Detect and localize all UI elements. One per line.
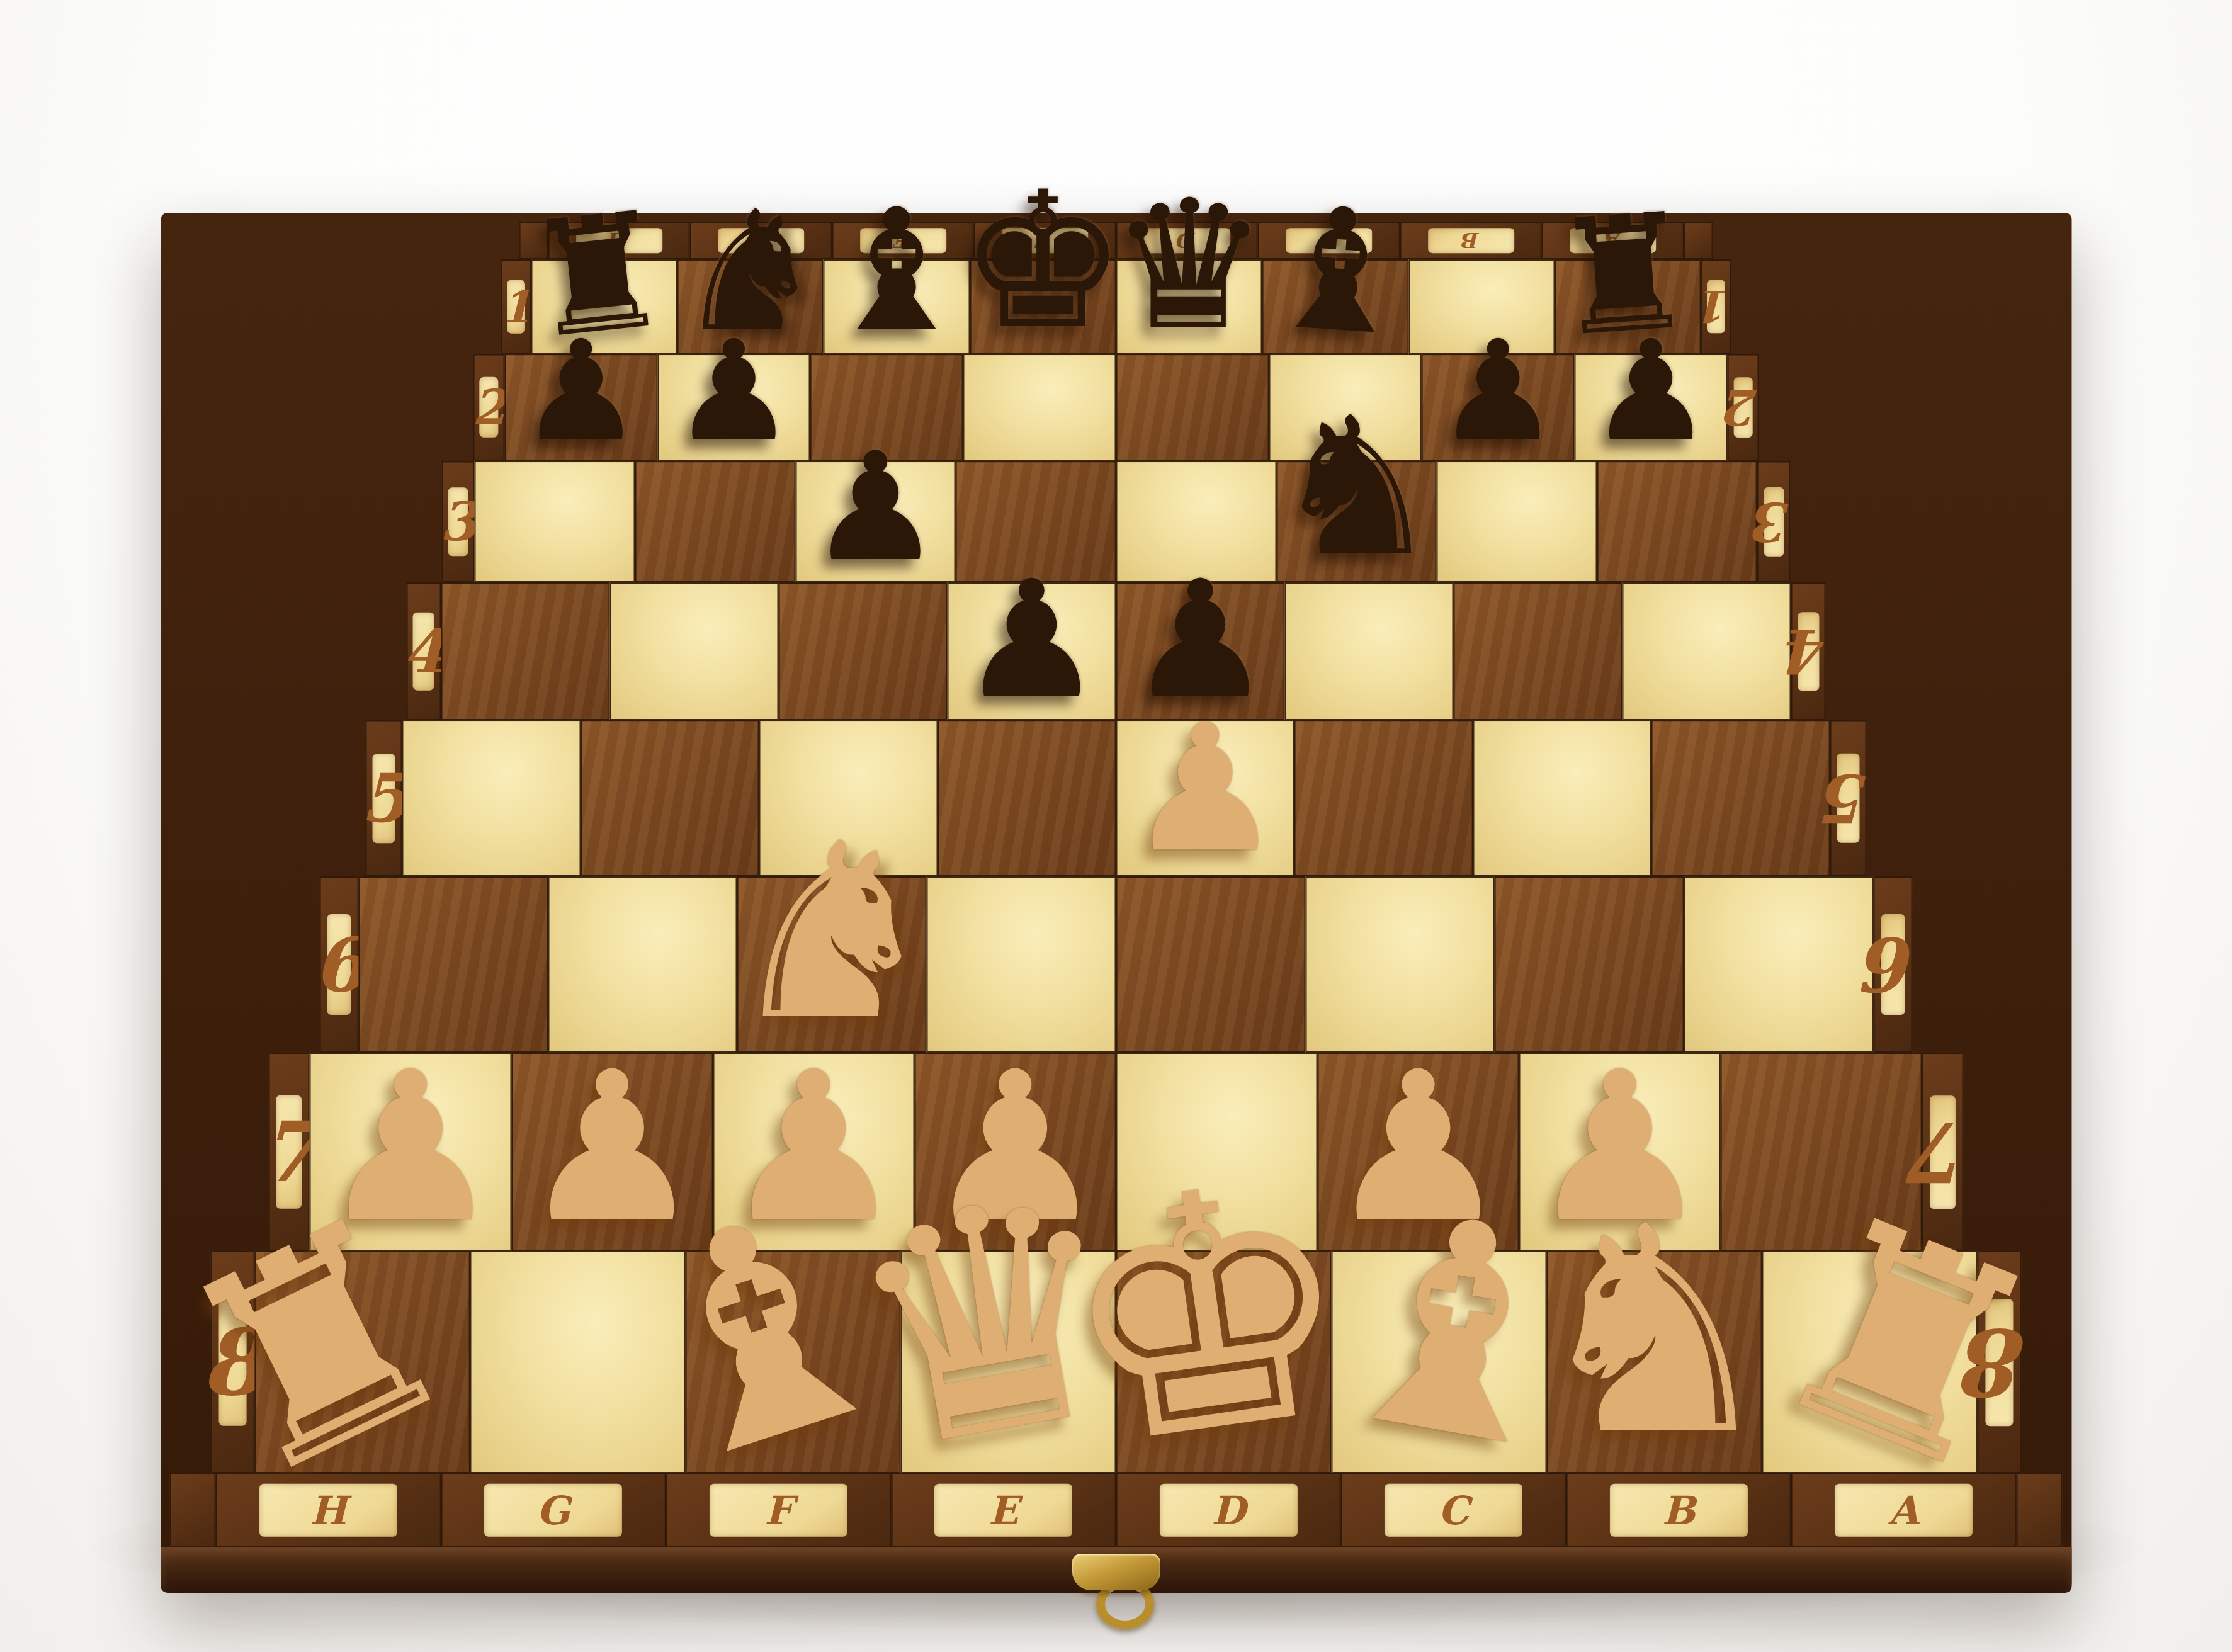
chess-board: HGFEDCBA1♜♞♝♚♛♝♜12♟♟♟♟23♟♞34♟♟45♟56♞67♟♟… — [161, 213, 2071, 1593]
rank-label-cell-right-4: 4 — [1791, 582, 1826, 720]
file-label-cell-top-b: B — [1400, 222, 1542, 259]
square-e1[interactable]: ♚ — [970, 259, 1116, 354]
file-label-g-bottom: G — [484, 1484, 622, 1537]
square-a8[interactable]: ♜ — [1762, 1251, 1977, 1473]
square-c4[interactable] — [1285, 582, 1454, 720]
rank-label-cell-right-3: 3 — [1757, 461, 1790, 582]
piece-black-pawn-g2[interactable]: ♟ — [672, 325, 796, 458]
rank-label-cell-left-3: 3 — [442, 461, 475, 582]
board-row-rank-3: 3♟♞3 — [442, 461, 1791, 582]
square-d2[interactable] — [1116, 354, 1269, 461]
rank-label-2-right: 2 — [1733, 377, 1752, 438]
square-a2[interactable]: ♟ — [1575, 354, 1728, 461]
square-b6[interactable] — [1495, 876, 1684, 1053]
rank-label-cell-left-6: 6 — [320, 876, 359, 1053]
rank-label-3-left: 3 — [448, 487, 468, 557]
rank-label-cell-left-2: 2 — [473, 354, 505, 461]
square-h2[interactable]: ♟ — [505, 354, 658, 461]
piece-white-pawn-d5[interactable]: ♟ — [1126, 705, 1284, 872]
rank-label-cell-right-5: 5 — [1830, 720, 1866, 876]
piece-black-knight-c3[interactable]: ♞ — [1271, 397, 1442, 579]
square-b2[interactable]: ♟ — [1422, 354, 1575, 461]
photo-scene: HGFEDCBA1♜♞♝♚♛♝♜12♟♟♟♟23♟♞34♟♟45♟56♞67♟♟… — [0, 0, 2232, 1652]
square-h6[interactable] — [358, 876, 548, 1053]
square-c6[interactable] — [1305, 876, 1495, 1053]
square-b4[interactable] — [1454, 582, 1623, 720]
piece-black-king-e1[interactable]: ♚ — [958, 172, 1127, 351]
rank-label-6-left: 6 — [327, 914, 351, 1015]
square-e4[interactable]: ♟ — [947, 582, 1116, 720]
square-a4[interactable] — [1623, 582, 1791, 720]
rank-label-cell-right-6: 6 — [1873, 876, 1912, 1053]
square-e6[interactable] — [927, 876, 1116, 1053]
border-corner-right — [2016, 1473, 2063, 1547]
square-h4[interactable] — [441, 582, 609, 720]
piece-black-pawn-f3[interactable]: ♟ — [808, 436, 943, 579]
board-row-rank-6: 6♞6 — [320, 876, 1913, 1053]
rank-label-5-left: 5 — [373, 754, 395, 843]
rank-label-5-right: 5 — [1837, 754, 1859, 843]
rank-label-4-right: 4 — [1798, 612, 1819, 691]
square-d5[interactable]: ♟ — [1116, 720, 1294, 876]
brass-clasp-icon — [1057, 1554, 1176, 1614]
square-h8[interactable]: ♜ — [254, 1251, 470, 1473]
rank-label-3-right: 3 — [1764, 487, 1784, 557]
board-row-rank-5: 5♟5 — [366, 720, 1867, 876]
piece-black-queen-d1[interactable]: ♛ — [1109, 181, 1269, 351]
border-corner-left — [169, 1473, 216, 1547]
clasp-plate — [1072, 1554, 1160, 1590]
piece-black-bishop-f1[interactable]: ♝ — [821, 191, 972, 351]
rank-label-cell-left-4: 4 — [406, 582, 441, 720]
square-d8[interactable]: ♚ — [1116, 1251, 1331, 1473]
piece-black-pawn-h2[interactable]: ♟ — [519, 325, 643, 458]
rank-label-6-right: 6 — [1881, 914, 1905, 1015]
square-h5[interactable] — [402, 720, 581, 876]
square-d6[interactable] — [1116, 876, 1305, 1053]
board-row-rank-8: 8♜♝♛♚♝♞♜8 — [210, 1251, 2022, 1473]
square-g2[interactable]: ♟ — [657, 354, 810, 461]
square-c8[interactable]: ♝ — [1331, 1251, 1546, 1473]
square-a6[interactable] — [1684, 876, 1874, 1053]
file-label-cell-bottom-g: G — [441, 1473, 666, 1547]
square-b3[interactable] — [1437, 461, 1597, 582]
rank-label-4-left: 4 — [413, 612, 434, 691]
board-row-rank-2: 2♟♟♟♟2 — [473, 354, 1759, 461]
piece-black-bishop-c1[interactable]: ♝ — [1259, 186, 1420, 356]
square-d1[interactable]: ♛ — [1116, 259, 1262, 354]
square-f1[interactable]: ♝ — [824, 259, 970, 354]
square-f6[interactable]: ♞ — [737, 876, 927, 1053]
square-c1[interactable]: ♝ — [1262, 259, 1408, 354]
square-g4[interactable] — [609, 582, 778, 720]
square-c3[interactable]: ♞ — [1276, 461, 1437, 582]
square-a3[interactable] — [1597, 461, 1757, 582]
square-e2[interactable] — [963, 354, 1116, 461]
rank-label-2-left: 2 — [479, 377, 498, 438]
square-a5[interactable] — [1651, 720, 1830, 876]
rank-label-cell-right-2: 2 — [1727, 354, 1759, 461]
square-f4[interactable] — [778, 582, 947, 720]
piece-black-pawn-e4[interactable]: ♟ — [959, 563, 1104, 716]
square-c5[interactable] — [1294, 720, 1473, 876]
square-h3[interactable] — [475, 461, 635, 582]
file-label-b-top: B — [1428, 228, 1514, 253]
square-g3[interactable] — [635, 461, 796, 582]
piece-black-pawn-b2[interactable]: ♟ — [1436, 325, 1560, 458]
board-row-rank-4: 4♟♟4 — [406, 582, 1826, 720]
square-b8[interactable]: ♞ — [1546, 1251, 1762, 1473]
square-e5[interactable] — [938, 720, 1116, 876]
piece-black-pawn-a2[interactable]: ♟ — [1589, 325, 1713, 458]
square-g6[interactable] — [548, 876, 737, 1053]
rank-label-cell-left-5: 5 — [366, 720, 402, 876]
square-b5[interactable] — [1473, 720, 1651, 876]
square-f3[interactable]: ♟ — [795, 461, 956, 582]
piece-white-knight-f6[interactable]: ♞ — [723, 818, 941, 1048]
